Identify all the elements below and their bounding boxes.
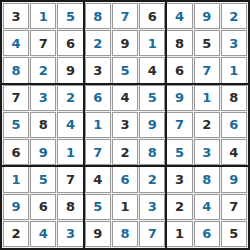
- cell-r3c2[interactable]: 2: [30, 57, 56, 83]
- cell-r6c8[interactable]: 3: [194, 139, 220, 165]
- cell-r9c9[interactable]: 5: [221, 221, 247, 247]
- cell-r2c9[interactable]: 3: [221, 30, 247, 56]
- cell-r9c6[interactable]: 7: [139, 221, 165, 247]
- cell-r4c9[interactable]: 8: [221, 85, 247, 111]
- cell-r7c5[interactable]: 6: [112, 166, 138, 192]
- cell-r6c3[interactable]: 1: [57, 139, 83, 165]
- cell-r1c9[interactable]: 2: [221, 3, 247, 29]
- cell-r9c4[interactable]: 9: [85, 221, 111, 247]
- cell-r7c7[interactable]: 3: [166, 166, 192, 192]
- cell-r5c3[interactable]: 4: [57, 112, 83, 138]
- cell-r4c4[interactable]: 6: [85, 85, 111, 111]
- cell-r7c4[interactable]: 4: [85, 166, 111, 192]
- cell-r5c6[interactable]: 9: [139, 112, 165, 138]
- cell-r9c8[interactable]: 6: [194, 221, 220, 247]
- cell-r5c1[interactable]: 5: [3, 112, 29, 138]
- cell-r5c7[interactable]: 7: [166, 112, 192, 138]
- cell-r3c3[interactable]: 9: [57, 57, 83, 83]
- cell-r2c3[interactable]: 6: [57, 30, 83, 56]
- cell-r2c6[interactable]: 1: [139, 30, 165, 56]
- cell-r3c9[interactable]: 1: [221, 57, 247, 83]
- cell-r8c3[interactable]: 8: [57, 194, 83, 220]
- cell-r2c1[interactable]: 4: [3, 30, 29, 56]
- cell-r6c4[interactable]: 7: [85, 139, 111, 165]
- cell-r5c2[interactable]: 8: [30, 112, 56, 138]
- cell-r1c6[interactable]: 6: [139, 3, 165, 29]
- cell-r1c4[interactable]: 8: [85, 3, 111, 29]
- cell-r2c7[interactable]: 8: [166, 30, 192, 56]
- cell-r3c7[interactable]: 6: [166, 57, 192, 83]
- cell-r7c9[interactable]: 9: [221, 166, 247, 192]
- cell-r1c5[interactable]: 7: [112, 3, 138, 29]
- cell-r3c5[interactable]: 5: [112, 57, 138, 83]
- cell-r9c2[interactable]: 4: [30, 221, 56, 247]
- cell-r4c1[interactable]: 7: [3, 85, 29, 111]
- cell-r3c6[interactable]: 4: [139, 57, 165, 83]
- cell-r4c8[interactable]: 1: [194, 85, 220, 111]
- cell-r3c1[interactable]: 8: [3, 57, 29, 83]
- cell-r2c2[interactable]: 7: [30, 30, 56, 56]
- cell-r8c5[interactable]: 1: [112, 194, 138, 220]
- cell-r6c2[interactable]: 9: [30, 139, 56, 165]
- cell-r2c5[interactable]: 9: [112, 30, 138, 56]
- cell-r1c1[interactable]: 3: [3, 3, 29, 29]
- cell-r6c5[interactable]: 2: [112, 139, 138, 165]
- cell-r4c7[interactable]: 9: [166, 85, 192, 111]
- cell-r5c8[interactable]: 2: [194, 112, 220, 138]
- cell-r5c9[interactable]: 6: [221, 112, 247, 138]
- cell-r4c5[interactable]: 4: [112, 85, 138, 111]
- cell-r5c5[interactable]: 3: [112, 112, 138, 138]
- cell-r7c8[interactable]: 8: [194, 166, 220, 192]
- cell-r8c2[interactable]: 6: [30, 194, 56, 220]
- cell-r6c9[interactable]: 4: [221, 139, 247, 165]
- cell-r2c8[interactable]: 5: [194, 30, 220, 56]
- cell-r5c4[interactable]: 1: [85, 112, 111, 138]
- cell-r9c7[interactable]: 1: [166, 221, 192, 247]
- cell-r8c6[interactable]: 3: [139, 194, 165, 220]
- sudoku-grid: 3158764924762918538293546717326459185841…: [2, 2, 248, 248]
- cell-r4c3[interactable]: 2: [57, 85, 83, 111]
- cell-r8c7[interactable]: 2: [166, 194, 192, 220]
- cell-r4c6[interactable]: 5: [139, 85, 165, 111]
- cell-r6c6[interactable]: 8: [139, 139, 165, 165]
- cell-r3c8[interactable]: 7: [194, 57, 220, 83]
- cell-r1c2[interactable]: 1: [30, 3, 56, 29]
- cell-r9c5[interactable]: 8: [112, 221, 138, 247]
- cell-r1c7[interactable]: 4: [166, 3, 192, 29]
- cell-r9c3[interactable]: 3: [57, 221, 83, 247]
- cell-r2c4[interactable]: 2: [85, 30, 111, 56]
- cell-r6c7[interactable]: 5: [166, 139, 192, 165]
- cell-r6c1[interactable]: 6: [3, 139, 29, 165]
- cell-r7c2[interactable]: 5: [30, 166, 56, 192]
- cell-r8c8[interactable]: 4: [194, 194, 220, 220]
- cell-r8c4[interactable]: 5: [85, 194, 111, 220]
- cell-r7c6[interactable]: 2: [139, 166, 165, 192]
- cell-r1c3[interactable]: 5: [57, 3, 83, 29]
- cell-r7c3[interactable]: 7: [57, 166, 83, 192]
- sudoku-board: 3158764924762918538293546717326459185841…: [0, 0, 250, 250]
- cell-r1c8[interactable]: 9: [194, 3, 220, 29]
- cell-r8c1[interactable]: 9: [3, 194, 29, 220]
- cell-r7c1[interactable]: 1: [3, 166, 29, 192]
- cell-r9c1[interactable]: 2: [3, 221, 29, 247]
- cell-r8c9[interactable]: 7: [221, 194, 247, 220]
- cell-r4c2[interactable]: 3: [30, 85, 56, 111]
- cell-r3c4[interactable]: 3: [85, 57, 111, 83]
